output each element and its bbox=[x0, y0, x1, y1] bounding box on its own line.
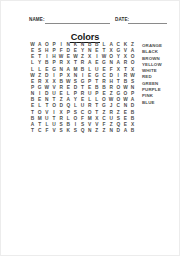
grid-cell-r15c12: N bbox=[108, 127, 115, 133]
grid-cell-r15c8: Q bbox=[79, 127, 86, 133]
grid-cell-r15c10: Z bbox=[93, 127, 100, 133]
grid-cell-r15c14: A bbox=[122, 127, 129, 133]
word-list: ORANGEBLACKBROWNYELLOWWHITEREDGREENPURPL… bbox=[142, 43, 162, 106]
name-fill-line bbox=[45, 23, 110, 24]
grid-cell-r15c6: K bbox=[65, 127, 72, 133]
worksheet-page: { "game": "word-search", "header": { "na… bbox=[0, 0, 180, 256]
grid-cell-r15c9: N bbox=[86, 127, 93, 133]
grid-cell-r15c5: S bbox=[58, 127, 65, 133]
grid-cell-r15c7: S bbox=[72, 127, 79, 133]
grid-cell-r15c11: Z bbox=[100, 127, 107, 133]
date-fill-line bbox=[128, 23, 167, 24]
word-list-item: BROWN bbox=[142, 56, 162, 62]
word-search-grid: WAOPINKNBBLACKZESHPFDEYNETXGVAETIHWEWZXI… bbox=[29, 42, 136, 134]
grid-cell-r15c2: C bbox=[36, 127, 43, 133]
grid-cell-r15c4: V bbox=[50, 127, 57, 133]
grid-cell-r15c13: D bbox=[115, 127, 122, 133]
grid-cell-r15c15: B bbox=[129, 127, 136, 133]
date-label: DATE: bbox=[115, 17, 129, 22]
grid-cell-r15c1: T bbox=[29, 127, 36, 133]
word-list-item: BLUE bbox=[142, 100, 162, 106]
grid-cell-r15c3: F bbox=[43, 127, 50, 133]
name-label: NAME: bbox=[29, 17, 45, 22]
